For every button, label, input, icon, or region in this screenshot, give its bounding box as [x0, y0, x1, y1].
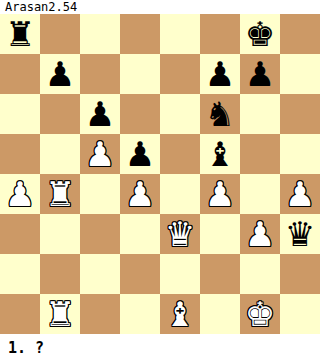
square-b2[interactable] — [40, 254, 80, 294]
square-e8[interactable] — [160, 14, 200, 54]
piece-white-pawn[interactable]: ♟ — [240, 214, 280, 254]
square-h6[interactable] — [280, 94, 320, 134]
square-h4[interactable]: ♟ — [280, 174, 320, 214]
square-f8[interactable] — [200, 14, 240, 54]
square-e4[interactable] — [160, 174, 200, 214]
square-a8[interactable]: ♜ — [0, 14, 40, 54]
piece-black-king[interactable]: ♚ — [240, 14, 280, 54]
piece-black-rook[interactable]: ♜ — [0, 14, 40, 54]
square-a6[interactable] — [0, 94, 40, 134]
square-c6[interactable]: ♟ — [80, 94, 120, 134]
square-g2[interactable] — [240, 254, 280, 294]
square-c8[interactable] — [80, 14, 120, 54]
square-b1[interactable]: ♜ — [40, 294, 80, 334]
piece-black-pawn[interactable]: ♟ — [80, 94, 120, 134]
square-c4[interactable] — [80, 174, 120, 214]
square-c7[interactable] — [80, 54, 120, 94]
square-b6[interactable] — [40, 94, 80, 134]
square-b4[interactable]: ♜ — [40, 174, 80, 214]
piece-white-pawn[interactable]: ♟ — [80, 134, 120, 174]
arasan-engine-window: Arasan2.54 ♜♚♟♟♟♟♞♟♟♝♟♜♟♟♟♛♟♛♜♝♚ 1. ? — [0, 0, 320, 360]
piece-white-pawn[interactable]: ♟ — [120, 174, 160, 214]
piece-white-pawn[interactable]: ♟ — [280, 174, 320, 214]
piece-black-pawn[interactable]: ♟ — [240, 54, 280, 94]
square-c5[interactable]: ♟ — [80, 134, 120, 174]
piece-white-pawn[interactable]: ♟ — [0, 174, 40, 214]
piece-black-pawn[interactable]: ♟ — [200, 54, 240, 94]
piece-black-bishop[interactable]: ♝ — [200, 134, 240, 174]
piece-black-pawn[interactable]: ♟ — [40, 54, 80, 94]
square-a7[interactable] — [0, 54, 40, 94]
piece-white-king[interactable]: ♚ — [240, 294, 280, 334]
square-a1[interactable] — [0, 294, 40, 334]
square-g3[interactable]: ♟ — [240, 214, 280, 254]
square-f7[interactable]: ♟ — [200, 54, 240, 94]
chess-board: ♜♚♟♟♟♟♞♟♟♝♟♜♟♟♟♛♟♛♜♝♚ — [0, 14, 320, 334]
square-f2[interactable] — [200, 254, 240, 294]
move-prompt: 1. ? — [0, 334, 320, 360]
piece-white-rook[interactable]: ♜ — [40, 174, 80, 214]
square-g5[interactable] — [240, 134, 280, 174]
square-a3[interactable] — [0, 214, 40, 254]
square-g7[interactable]: ♟ — [240, 54, 280, 94]
square-e1[interactable]: ♝ — [160, 294, 200, 334]
square-c1[interactable] — [80, 294, 120, 334]
square-a5[interactable] — [0, 134, 40, 174]
square-h3[interactable]: ♛ — [280, 214, 320, 254]
square-g6[interactable] — [240, 94, 280, 134]
square-f5[interactable]: ♝ — [200, 134, 240, 174]
square-d4[interactable]: ♟ — [120, 174, 160, 214]
square-b5[interactable] — [40, 134, 80, 174]
piece-white-bishop[interactable]: ♝ — [160, 294, 200, 334]
square-d2[interactable] — [120, 254, 160, 294]
piece-white-rook[interactable]: ♜ — [40, 294, 80, 334]
square-g4[interactable] — [240, 174, 280, 214]
square-b3[interactable] — [40, 214, 80, 254]
square-d3[interactable] — [120, 214, 160, 254]
square-a4[interactable]: ♟ — [0, 174, 40, 214]
square-h7[interactable] — [280, 54, 320, 94]
square-g8[interactable]: ♚ — [240, 14, 280, 54]
square-d7[interactable] — [120, 54, 160, 94]
piece-black-queen[interactable]: ♛ — [280, 214, 320, 254]
square-d5[interactable]: ♟ — [120, 134, 160, 174]
square-e7[interactable] — [160, 54, 200, 94]
square-f4[interactable]: ♟ — [200, 174, 240, 214]
square-c2[interactable] — [80, 254, 120, 294]
square-d8[interactable] — [120, 14, 160, 54]
square-e3[interactable]: ♛ — [160, 214, 200, 254]
piece-white-pawn[interactable]: ♟ — [200, 174, 240, 214]
square-h5[interactable] — [280, 134, 320, 174]
square-b7[interactable]: ♟ — [40, 54, 80, 94]
square-b8[interactable] — [40, 14, 80, 54]
engine-title: Arasan2.54 — [0, 0, 320, 14]
square-e5[interactable] — [160, 134, 200, 174]
square-c3[interactable] — [80, 214, 120, 254]
square-a2[interactable] — [0, 254, 40, 294]
square-d6[interactable] — [120, 94, 160, 134]
square-e2[interactable] — [160, 254, 200, 294]
piece-black-pawn[interactable]: ♟ — [120, 134, 160, 174]
square-h8[interactable] — [280, 14, 320, 54]
square-h2[interactable] — [280, 254, 320, 294]
square-f6[interactable]: ♞ — [200, 94, 240, 134]
square-f1[interactable] — [200, 294, 240, 334]
square-d1[interactable] — [120, 294, 160, 334]
piece-white-queen[interactable]: ♛ — [160, 214, 200, 254]
square-g1[interactable]: ♚ — [240, 294, 280, 334]
square-f3[interactable] — [200, 214, 240, 254]
piece-black-knight[interactable]: ♞ — [200, 94, 240, 134]
square-e6[interactable] — [160, 94, 200, 134]
square-h1[interactable] — [280, 294, 320, 334]
